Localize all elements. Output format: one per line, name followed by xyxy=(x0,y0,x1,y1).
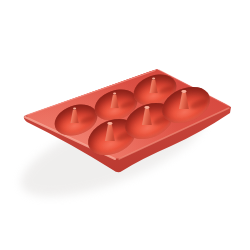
cavity-cone xyxy=(69,108,80,123)
cavity-cone xyxy=(103,123,116,141)
cone-body xyxy=(103,123,116,141)
cone-top xyxy=(113,92,117,94)
cavity-cone xyxy=(140,107,153,125)
cavity-cone xyxy=(177,91,190,109)
cavity-cone xyxy=(109,93,120,108)
cone-body xyxy=(148,78,159,93)
cone-body xyxy=(140,107,153,125)
cone-top xyxy=(152,77,156,79)
cone-top xyxy=(145,105,149,108)
cone-shadow xyxy=(78,114,95,126)
product-photo xyxy=(0,0,250,250)
cone-shadow xyxy=(118,99,135,111)
cone-body xyxy=(69,108,80,123)
cone-top xyxy=(108,121,112,124)
cavity-cone xyxy=(148,78,159,93)
cone-body xyxy=(177,91,190,109)
cone-top xyxy=(73,107,77,109)
cone-top xyxy=(182,89,186,92)
cone-shadow xyxy=(189,97,209,111)
cone-body xyxy=(109,93,120,108)
